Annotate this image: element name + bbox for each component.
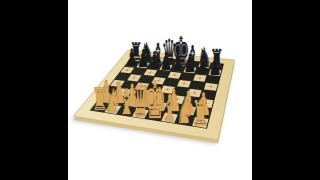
piece-black-pawn-e7: ♟ xyxy=(171,48,184,78)
piece-black-pawn-f7: ♟ xyxy=(184,49,197,79)
square-dot-motif xyxy=(184,82,185,83)
piece-black-pawn-b7: ♟ xyxy=(137,45,149,73)
piece-black-pawn-g7: ♟ xyxy=(196,50,209,80)
square-dot-motif xyxy=(213,87,214,88)
piece-white-rook-h1: ♜ xyxy=(191,94,209,134)
piece-black-pawn-h7: ♟ xyxy=(208,50,221,81)
chess-board: ♜♞♝♛♚♝♟♞♟♜♟♟♟♟♟♟♟♟♟♟♟♜♟♞♟♝♟♛♚♝♞♜ xyxy=(0,0,320,180)
video-frame: ♜♞♝♛♚♝♟♞♟♜♟♟♟♟♟♟♟♟♟♟♟♜♟♞♟♝♟♛♚♝♞♜ xyxy=(0,0,320,180)
piece-black-pawn-c7: ♟ xyxy=(148,45,160,75)
piece-white-bishop-f1: ♝ xyxy=(161,86,177,129)
piece-black-pawn-a7: ♟ xyxy=(126,44,138,72)
square-dot-motif xyxy=(181,83,182,84)
